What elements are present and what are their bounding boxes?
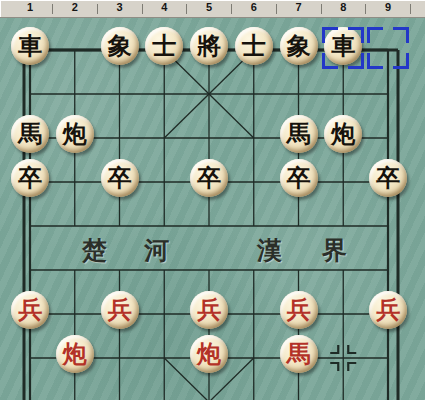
red-piece-馬[interactable]: 馬 bbox=[280, 335, 318, 373]
black-piece-卒[interactable]: 卒 bbox=[190, 159, 228, 197]
red-piece-兵[interactable]: 兵 bbox=[11, 291, 49, 329]
black-piece-士[interactable]: 士 bbox=[145, 27, 183, 65]
black-piece-車[interactable]: 車 bbox=[324, 27, 362, 65]
column-number-header: 123456789 bbox=[0, 0, 425, 18]
column-label-2: 2 bbox=[53, 1, 97, 13]
red-piece-兵[interactable]: 兵 bbox=[101, 291, 139, 329]
black-piece-馬[interactable]: 馬 bbox=[11, 115, 49, 153]
column-label-9: 9 bbox=[366, 1, 410, 13]
column-label-3: 3 bbox=[98, 1, 142, 13]
black-piece-將[interactable]: 將 bbox=[190, 27, 228, 65]
red-piece-兵[interactable]: 兵 bbox=[369, 291, 407, 329]
xiangqi-app-window: 123456789 楚河漢界車象士將士象車馬炮馬炮卒卒卒卒卒兵兵兵兵兵炮炮馬 bbox=[0, 0, 425, 400]
black-piece-炮[interactable]: 炮 bbox=[56, 115, 94, 153]
column-label-7: 7 bbox=[277, 1, 321, 13]
black-piece-馬[interactable]: 馬 bbox=[280, 115, 318, 153]
black-piece-卒[interactable]: 卒 bbox=[101, 159, 139, 197]
river-label: 河 bbox=[144, 234, 169, 267]
black-piece-象[interactable]: 象 bbox=[280, 27, 318, 65]
column-label-8: 8 bbox=[321, 1, 365, 13]
red-piece-炮[interactable]: 炮 bbox=[56, 335, 94, 373]
red-piece-兵[interactable]: 兵 bbox=[280, 291, 318, 329]
column-label-6: 6 bbox=[232, 1, 276, 13]
header-tick bbox=[410, 4, 411, 14]
river-label: 界 bbox=[322, 234, 347, 267]
black-piece-象[interactable]: 象 bbox=[101, 27, 139, 65]
column-label-5: 5 bbox=[187, 1, 231, 13]
xiangqi-board[interactable]: 楚河漢界車象士將士象車馬炮馬炮卒卒卒卒卒兵兵兵兵兵炮炮馬 bbox=[0, 17, 425, 400]
river-label: 楚 bbox=[82, 234, 107, 267]
black-piece-炮[interactable]: 炮 bbox=[324, 115, 362, 153]
black-piece-卒[interactable]: 卒 bbox=[11, 159, 49, 197]
column-label-4: 4 bbox=[142, 1, 186, 13]
black-piece-卒[interactable]: 卒 bbox=[280, 159, 318, 197]
red-piece-兵[interactable]: 兵 bbox=[190, 291, 228, 329]
black-piece-士[interactable]: 士 bbox=[235, 27, 273, 65]
red-piece-炮[interactable]: 炮 bbox=[190, 335, 228, 373]
black-piece-卒[interactable]: 卒 bbox=[369, 159, 407, 197]
black-piece-車[interactable]: 車 bbox=[11, 27, 49, 65]
river-label: 漢 bbox=[257, 234, 282, 267]
column-label-1: 1 bbox=[8, 1, 52, 13]
